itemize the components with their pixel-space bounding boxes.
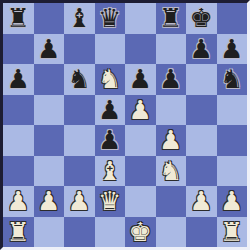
square-b1[interactable] (34, 217, 65, 248)
square-c8[interactable]: ♝ (64, 3, 95, 34)
square-b6[interactable] (34, 64, 65, 95)
square-e4[interactable] (125, 125, 156, 156)
board-frame: ♜♝♛♜♚♟♟♟♟♞♞♟♟♞♟♟♟♟♝♞♟♟♟♛♟♟♜♚♜ (0, 0, 250, 250)
white-pawn-c2[interactable]: ♟ (64, 186, 95, 217)
chess-board: ♜♝♛♜♚♟♟♟♟♞♞♟♟♞♟♟♟♟♝♞♟♟♟♛♟♟♜♚♜ (3, 3, 247, 247)
black-pawn-a6[interactable]: ♟ (3, 64, 34, 95)
square-d1[interactable] (95, 217, 126, 248)
square-f5[interactable] (156, 95, 187, 126)
square-f7[interactable] (156, 34, 187, 65)
black-pawn-f6[interactable]: ♟ (156, 64, 187, 95)
square-e3[interactable] (125, 156, 156, 187)
black-knight-c6[interactable]: ♞ (64, 64, 95, 95)
square-f6[interactable]: ♟ (156, 64, 187, 95)
black-pawn-d5[interactable]: ♟ (95, 95, 126, 126)
black-pawn-g7[interactable]: ♟ (186, 34, 217, 65)
white-rook-h1[interactable]: ♜ (217, 217, 248, 248)
black-rook-f8[interactable]: ♜ (156, 3, 187, 34)
square-f1[interactable] (156, 217, 187, 248)
square-e5[interactable]: ♟ (125, 95, 156, 126)
white-knight-f3[interactable]: ♞ (156, 156, 187, 187)
square-e2[interactable] (125, 186, 156, 217)
square-h2[interactable]: ♟ (217, 186, 248, 217)
square-d3[interactable]: ♝ (95, 156, 126, 187)
square-g6[interactable] (186, 64, 217, 95)
square-a1[interactable]: ♜ (3, 217, 34, 248)
square-h4[interactable] (217, 125, 248, 156)
white-pawn-f4[interactable]: ♟ (156, 125, 187, 156)
square-d6[interactable]: ♞ (95, 64, 126, 95)
square-e7[interactable] (125, 34, 156, 65)
black-bishop-c8[interactable]: ♝ (64, 3, 95, 34)
square-a4[interactable] (3, 125, 34, 156)
square-c4[interactable] (64, 125, 95, 156)
black-king-g8[interactable]: ♚ (186, 3, 217, 34)
white-queen-d2[interactable]: ♛ (95, 186, 126, 217)
square-c6[interactable]: ♞ (64, 64, 95, 95)
square-f4[interactable]: ♟ (156, 125, 187, 156)
square-c1[interactable] (64, 217, 95, 248)
square-b5[interactable] (34, 95, 65, 126)
black-pawn-e6[interactable]: ♟ (125, 64, 156, 95)
square-h1[interactable]: ♜ (217, 217, 248, 248)
square-h7[interactable]: ♟ (217, 34, 248, 65)
square-h8[interactable] (217, 3, 248, 34)
square-b7[interactable]: ♟ (34, 34, 65, 65)
square-b2[interactable]: ♟ (34, 186, 65, 217)
white-pawn-h2[interactable]: ♟ (217, 186, 248, 217)
white-pawn-e5[interactable]: ♟ (125, 95, 156, 126)
square-b3[interactable] (34, 156, 65, 187)
square-h5[interactable] (217, 95, 248, 126)
black-pawn-h7[interactable]: ♟ (217, 34, 248, 65)
square-c5[interactable] (64, 95, 95, 126)
square-b8[interactable] (34, 3, 65, 34)
square-g8[interactable]: ♚ (186, 3, 217, 34)
square-d2[interactable]: ♛ (95, 186, 126, 217)
square-g2[interactable]: ♟ (186, 186, 217, 217)
square-g7[interactable]: ♟ (186, 34, 217, 65)
square-c2[interactable]: ♟ (64, 186, 95, 217)
square-h6[interactable]: ♞ (217, 64, 248, 95)
square-f8[interactable]: ♜ (156, 3, 187, 34)
square-a8[interactable]: ♜ (3, 3, 34, 34)
square-h3[interactable] (217, 156, 248, 187)
square-a7[interactable] (3, 34, 34, 65)
square-a2[interactable]: ♟ (3, 186, 34, 217)
square-a5[interactable] (3, 95, 34, 126)
black-queen-d8[interactable]: ♛ (95, 3, 126, 34)
square-b4[interactable] (34, 125, 65, 156)
square-d4[interactable]: ♟ (95, 125, 126, 156)
square-d8[interactable]: ♛ (95, 3, 126, 34)
white-pawn-a2[interactable]: ♟ (3, 186, 34, 217)
white-rook-a1[interactable]: ♜ (3, 217, 34, 248)
square-e1[interactable]: ♚ (125, 217, 156, 248)
square-f3[interactable]: ♞ (156, 156, 187, 187)
square-g1[interactable] (186, 217, 217, 248)
square-a3[interactable] (3, 156, 34, 187)
white-pawn-g2[interactable]: ♟ (186, 186, 217, 217)
white-bishop-d3[interactable]: ♝ (95, 156, 126, 187)
black-rook-a8[interactable]: ♜ (3, 3, 34, 34)
square-e6[interactable]: ♟ (125, 64, 156, 95)
black-pawn-b7[interactable]: ♟ (34, 34, 65, 65)
square-g5[interactable] (186, 95, 217, 126)
square-c7[interactable] (64, 34, 95, 65)
square-d5[interactable]: ♟ (95, 95, 126, 126)
white-knight-d6[interactable]: ♞ (95, 64, 126, 95)
square-g3[interactable] (186, 156, 217, 187)
square-f2[interactable] (156, 186, 187, 217)
square-e8[interactable] (125, 3, 156, 34)
square-g4[interactable] (186, 125, 217, 156)
square-d7[interactable] (95, 34, 126, 65)
square-c3[interactable] (64, 156, 95, 187)
white-king-e1[interactable]: ♚ (125, 217, 156, 248)
black-pawn-d4[interactable]: ♟ (95, 125, 126, 156)
square-a6[interactable]: ♟ (3, 64, 34, 95)
black-knight-h6[interactable]: ♞ (217, 64, 248, 95)
white-pawn-b2[interactable]: ♟ (34, 186, 65, 217)
